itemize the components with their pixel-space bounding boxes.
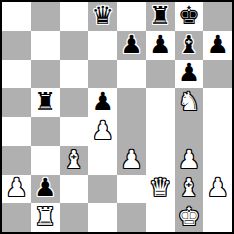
white-rook: ♜ xyxy=(34,204,56,229)
square-b4[interactable] xyxy=(31,117,60,146)
square-b8[interactable] xyxy=(31,2,60,31)
black-rook: ♜ xyxy=(149,3,171,28)
square-e2[interactable] xyxy=(117,175,146,204)
square-e6[interactable] xyxy=(117,60,146,89)
white-pawn: ♟ xyxy=(206,175,228,200)
square-b3[interactable] xyxy=(31,146,60,175)
white-knight: ♞ xyxy=(178,89,200,114)
square-e1[interactable] xyxy=(117,203,146,232)
square-b5[interactable]: ♜ xyxy=(31,88,60,117)
square-a7[interactable] xyxy=(2,31,31,60)
black-pawn: ♟ xyxy=(34,175,56,200)
white-bishop: ♝ xyxy=(63,147,85,172)
square-d8[interactable]: ♛ xyxy=(88,2,117,31)
square-a5[interactable] xyxy=(2,88,31,117)
chess-board-frame: ♛♜♚♟♟♝♟♟♜♟♞♟♝♟♟♟♟♛♝♟♜♚ xyxy=(0,0,234,234)
square-e4[interactable] xyxy=(117,117,146,146)
square-c3[interactable]: ♝ xyxy=(60,146,89,175)
square-c5[interactable] xyxy=(60,88,89,117)
white-queen: ♛ xyxy=(149,175,171,200)
square-h4[interactable] xyxy=(203,117,232,146)
square-c4[interactable] xyxy=(60,117,89,146)
square-f4[interactable] xyxy=(146,117,175,146)
black-rook: ♜ xyxy=(34,89,56,114)
square-g8[interactable]: ♚ xyxy=(175,2,204,31)
square-e3[interactable]: ♟ xyxy=(117,146,146,175)
square-e7[interactable]: ♟ xyxy=(117,31,146,60)
square-b6[interactable] xyxy=(31,60,60,89)
square-f7[interactable]: ♟ xyxy=(146,31,175,60)
square-d3[interactable] xyxy=(88,146,117,175)
square-g5[interactable]: ♞ xyxy=(175,88,204,117)
black-pawn: ♟ xyxy=(149,32,171,57)
square-g1[interactable]: ♚ xyxy=(175,203,204,232)
square-d1[interactable] xyxy=(88,203,117,232)
square-g2[interactable]: ♝ xyxy=(175,175,204,204)
square-g4[interactable] xyxy=(175,117,204,146)
white-bishop: ♝ xyxy=(178,175,200,200)
square-a4[interactable] xyxy=(2,117,31,146)
square-d2[interactable] xyxy=(88,175,117,204)
square-f3[interactable] xyxy=(146,146,175,175)
square-a8[interactable] xyxy=(2,2,31,31)
white-pawn: ♟ xyxy=(91,118,113,143)
square-h3[interactable] xyxy=(203,146,232,175)
square-g7[interactable]: ♝ xyxy=(175,31,204,60)
square-c7[interactable] xyxy=(60,31,89,60)
square-g3[interactable]: ♟ xyxy=(175,146,204,175)
square-h7[interactable]: ♟ xyxy=(203,31,232,60)
square-d4[interactable]: ♟ xyxy=(88,117,117,146)
square-b7[interactable] xyxy=(31,31,60,60)
square-b2[interactable]: ♟ xyxy=(31,175,60,204)
square-c6[interactable] xyxy=(60,60,89,89)
square-a3[interactable] xyxy=(2,146,31,175)
square-d5[interactable]: ♟ xyxy=(88,88,117,117)
white-pawn: ♟ xyxy=(5,175,27,200)
square-f1[interactable] xyxy=(146,203,175,232)
black-pawn: ♟ xyxy=(120,32,142,57)
square-f5[interactable] xyxy=(146,88,175,117)
black-bishop: ♝ xyxy=(178,32,200,57)
square-e8[interactable] xyxy=(117,2,146,31)
square-c2[interactable] xyxy=(60,175,89,204)
white-king: ♚ xyxy=(178,204,200,229)
square-b1[interactable]: ♜ xyxy=(31,203,60,232)
white-pawn: ♟ xyxy=(120,147,142,172)
black-pawn: ♟ xyxy=(91,89,113,114)
square-h1[interactable] xyxy=(203,203,232,232)
square-h8[interactable] xyxy=(203,2,232,31)
square-h2[interactable]: ♟ xyxy=(203,175,232,204)
black-pawn: ♟ xyxy=(178,60,200,85)
square-a2[interactable]: ♟ xyxy=(2,175,31,204)
black-pawn: ♟ xyxy=(206,32,228,57)
square-h5[interactable] xyxy=(203,88,232,117)
square-c8[interactable] xyxy=(60,2,89,31)
square-f8[interactable]: ♜ xyxy=(146,2,175,31)
square-h6[interactable] xyxy=(203,60,232,89)
black-king: ♚ xyxy=(178,3,200,28)
white-pawn: ♟ xyxy=(178,147,200,172)
chess-board: ♛♜♚♟♟♝♟♟♜♟♞♟♝♟♟♟♟♛♝♟♜♚ xyxy=(2,2,232,232)
black-queen: ♛ xyxy=(91,3,113,28)
square-f2[interactable]: ♛ xyxy=(146,175,175,204)
square-g6[interactable]: ♟ xyxy=(175,60,204,89)
square-d7[interactable] xyxy=(88,31,117,60)
square-d6[interactable] xyxy=(88,60,117,89)
square-a1[interactable] xyxy=(2,203,31,232)
square-a6[interactable] xyxy=(2,60,31,89)
square-f6[interactable] xyxy=(146,60,175,89)
square-c1[interactable] xyxy=(60,203,89,232)
square-e5[interactable] xyxy=(117,88,146,117)
